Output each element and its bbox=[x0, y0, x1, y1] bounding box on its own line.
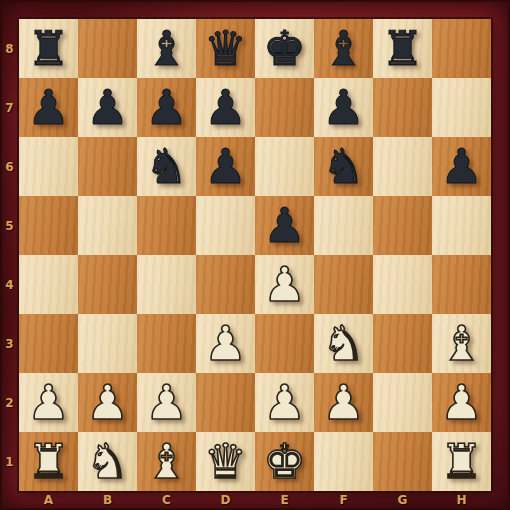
square-g6[interactable] bbox=[373, 137, 432, 196]
square-h1[interactable]: ♜ bbox=[432, 432, 491, 491]
piece-white-knight: ♞ bbox=[86, 437, 129, 485]
square-f5[interactable] bbox=[314, 196, 373, 255]
square-d7[interactable]: ♟ bbox=[196, 78, 255, 137]
piece-black-king: ♚ bbox=[263, 24, 306, 72]
file-label-g: G bbox=[373, 491, 432, 510]
piece-black-pawn: ♟ bbox=[204, 142, 247, 190]
piece-white-rook: ♜ bbox=[27, 437, 70, 485]
square-b2[interactable]: ♟ bbox=[78, 373, 137, 432]
square-a5[interactable] bbox=[19, 196, 78, 255]
square-e3[interactable] bbox=[255, 314, 314, 373]
piece-white-knight: ♞ bbox=[322, 319, 365, 367]
piece-white-bishop: ♝ bbox=[440, 319, 483, 367]
square-g8[interactable]: ♜ bbox=[373, 19, 432, 78]
square-f6[interactable]: ♞ bbox=[314, 137, 373, 196]
square-a4[interactable] bbox=[19, 255, 78, 314]
piece-black-knight: ♞ bbox=[322, 142, 365, 190]
square-b1[interactable]: ♞ bbox=[78, 432, 137, 491]
piece-white-pawn: ♟ bbox=[204, 319, 247, 367]
piece-black-pawn: ♟ bbox=[440, 142, 483, 190]
square-d8[interactable]: ♛ bbox=[196, 19, 255, 78]
piece-black-rook: ♜ bbox=[27, 24, 70, 72]
square-f3[interactable]: ♞ bbox=[314, 314, 373, 373]
square-g5[interactable] bbox=[373, 196, 432, 255]
piece-white-pawn: ♟ bbox=[86, 378, 129, 426]
square-g7[interactable] bbox=[373, 78, 432, 137]
square-h8[interactable] bbox=[432, 19, 491, 78]
piece-white-rook: ♜ bbox=[440, 437, 483, 485]
piece-black-pawn: ♟ bbox=[322, 83, 365, 131]
piece-black-rook: ♜ bbox=[381, 24, 424, 72]
square-c1[interactable]: ♝ bbox=[137, 432, 196, 491]
square-h3[interactable]: ♝ bbox=[432, 314, 491, 373]
square-d6[interactable]: ♟ bbox=[196, 137, 255, 196]
piece-white-pawn: ♟ bbox=[322, 378, 365, 426]
square-b7[interactable]: ♟ bbox=[78, 78, 137, 137]
piece-black-pawn: ♟ bbox=[86, 83, 129, 131]
piece-black-pawn: ♟ bbox=[263, 201, 306, 249]
piece-white-pawn: ♟ bbox=[440, 378, 483, 426]
square-b6[interactable] bbox=[78, 137, 137, 196]
rank-label-8: 8 bbox=[0, 19, 19, 78]
piece-black-pawn: ♟ bbox=[145, 83, 188, 131]
square-f1[interactable] bbox=[314, 432, 373, 491]
piece-black-queen: ♛ bbox=[204, 24, 247, 72]
file-labels: ABCDEFGH bbox=[19, 491, 491, 510]
piece-black-pawn: ♟ bbox=[27, 83, 70, 131]
square-b4[interactable] bbox=[78, 255, 137, 314]
square-c2[interactable]: ♟ bbox=[137, 373, 196, 432]
square-g3[interactable] bbox=[373, 314, 432, 373]
piece-white-bishop: ♝ bbox=[145, 437, 188, 485]
square-a6[interactable] bbox=[19, 137, 78, 196]
square-g2[interactable] bbox=[373, 373, 432, 432]
square-d2[interactable] bbox=[196, 373, 255, 432]
square-c4[interactable] bbox=[137, 255, 196, 314]
file-label-a: A bbox=[19, 491, 78, 510]
file-label-d: D bbox=[196, 491, 255, 510]
square-c7[interactable]: ♟ bbox=[137, 78, 196, 137]
square-e1[interactable]: ♚ bbox=[255, 432, 314, 491]
piece-black-knight: ♞ bbox=[145, 142, 188, 190]
square-h5[interactable] bbox=[432, 196, 491, 255]
chess-board: ♜♝♛♚♝♜♟♟♟♟♟♞♟♞♟♟♟♟♞♝♟♟♟♟♟♟♜♞♝♛♚♜ bbox=[19, 19, 491, 491]
square-b8[interactable] bbox=[78, 19, 137, 78]
square-c3[interactable] bbox=[137, 314, 196, 373]
piece-white-pawn: ♟ bbox=[263, 260, 306, 308]
rank-label-4: 4 bbox=[0, 255, 19, 314]
square-h4[interactable] bbox=[432, 255, 491, 314]
square-a8[interactable]: ♜ bbox=[19, 19, 78, 78]
rank-label-3: 3 bbox=[0, 314, 19, 373]
square-a2[interactable]: ♟ bbox=[19, 373, 78, 432]
square-c8[interactable]: ♝ bbox=[137, 19, 196, 78]
square-e7[interactable] bbox=[255, 78, 314, 137]
square-f7[interactable]: ♟ bbox=[314, 78, 373, 137]
square-b3[interactable] bbox=[78, 314, 137, 373]
square-f4[interactable] bbox=[314, 255, 373, 314]
file-label-e: E bbox=[255, 491, 314, 510]
square-d4[interactable] bbox=[196, 255, 255, 314]
square-f2[interactable]: ♟ bbox=[314, 373, 373, 432]
square-h7[interactable] bbox=[432, 78, 491, 137]
piece-white-king: ♚ bbox=[263, 437, 306, 485]
piece-white-pawn: ♟ bbox=[145, 378, 188, 426]
rank-label-1: 1 bbox=[0, 432, 19, 491]
rank-label-6: 6 bbox=[0, 137, 19, 196]
board-frame: 87654321 ♜♝♛♚♝♜♟♟♟♟♟♞♟♞♟♟♟♟♞♝♟♟♟♟♟♟♜♞♝♛♚… bbox=[0, 0, 510, 510]
square-h6[interactable]: ♟ bbox=[432, 137, 491, 196]
square-d3[interactable]: ♟ bbox=[196, 314, 255, 373]
piece-white-pawn: ♟ bbox=[27, 378, 70, 426]
piece-black-pawn: ♟ bbox=[204, 83, 247, 131]
file-label-c: C bbox=[137, 491, 196, 510]
rank-label-5: 5 bbox=[0, 196, 19, 255]
square-a7[interactable]: ♟ bbox=[19, 78, 78, 137]
square-a3[interactable] bbox=[19, 314, 78, 373]
piece-white-queen: ♛ bbox=[204, 437, 247, 485]
square-e8[interactable]: ♚ bbox=[255, 19, 314, 78]
file-label-h: H bbox=[432, 491, 491, 510]
square-b5[interactable] bbox=[78, 196, 137, 255]
file-label-f: F bbox=[314, 491, 373, 510]
file-label-b: B bbox=[78, 491, 137, 510]
rank-label-2: 2 bbox=[0, 373, 19, 432]
piece-black-bishop: ♝ bbox=[145, 24, 188, 72]
square-c6[interactable]: ♞ bbox=[137, 137, 196, 196]
square-e6[interactable] bbox=[255, 137, 314, 196]
square-a1[interactable]: ♜ bbox=[19, 432, 78, 491]
square-e4[interactable]: ♟ bbox=[255, 255, 314, 314]
rank-labels: 87654321 bbox=[0, 19, 19, 491]
square-f8[interactable]: ♝ bbox=[314, 19, 373, 78]
square-e5[interactable]: ♟ bbox=[255, 196, 314, 255]
square-g4[interactable] bbox=[373, 255, 432, 314]
piece-black-bishop: ♝ bbox=[322, 24, 365, 72]
square-g1[interactable] bbox=[373, 432, 432, 491]
square-e2[interactable]: ♟ bbox=[255, 373, 314, 432]
square-d5[interactable] bbox=[196, 196, 255, 255]
piece-white-pawn: ♟ bbox=[263, 378, 306, 426]
square-c5[interactable] bbox=[137, 196, 196, 255]
square-h2[interactable]: ♟ bbox=[432, 373, 491, 432]
rank-label-7: 7 bbox=[0, 78, 19, 137]
square-d1[interactable]: ♛ bbox=[196, 432, 255, 491]
